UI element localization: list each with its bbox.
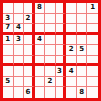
sudoku-cell-r7c3[interactable]	[24, 66, 35, 77]
sudoku-cell-r4c9[interactable]	[87, 35, 98, 46]
sudoku-cell-r3c8[interactable]	[77, 24, 88, 35]
sudoku-cell-r6c9[interactable]	[87, 56, 98, 67]
sudoku-cell-r1c3[interactable]	[24, 3, 35, 14]
sudoku-cell-r5c8: 5	[77, 45, 88, 56]
sudoku-cell-r7c4[interactable]	[35, 66, 46, 77]
sudoku-cell-r7c6: 3	[56, 66, 67, 77]
sudoku-cell-r4c6[interactable]	[56, 35, 67, 46]
sudoku-cell-r9c4[interactable]	[35, 87, 46, 98]
sudoku-board: 81327413425345268	[0, 0, 101, 101]
sudoku-cell-r6c2[interactable]	[14, 56, 25, 67]
sudoku-cell-r7c2[interactable]	[14, 66, 25, 77]
sudoku-cell-r3c6[interactable]	[56, 24, 67, 35]
sudoku-cell-r7c5[interactable]	[45, 66, 56, 77]
sudoku-cell-r3c2: 4	[14, 24, 25, 35]
sudoku-cell-r8c1: 5	[3, 77, 14, 88]
sudoku-cell-r1c1[interactable]	[3, 3, 14, 14]
sudoku-cell-r4c5[interactable]	[45, 35, 56, 46]
sudoku-cell-r1c8[interactable]	[77, 3, 88, 14]
sudoku-cell-r6c1[interactable]	[3, 56, 14, 67]
sudoku-cell-r2c7[interactable]	[66, 14, 77, 25]
sudoku-cell-r1c4: 8	[35, 3, 46, 14]
sudoku-cell-r2c4[interactable]	[35, 14, 46, 25]
sudoku-cell-r4c3[interactable]	[24, 35, 35, 46]
sudoku-cell-r8c8[interactable]	[77, 77, 88, 88]
sudoku-cell-r9c7[interactable]	[66, 87, 77, 98]
sudoku-cell-r2c6[interactable]	[56, 14, 67, 25]
sudoku-cell-r9c2[interactable]	[14, 87, 25, 98]
sudoku-cell-r3c7[interactable]	[66, 24, 77, 35]
sudoku-cell-r7c7: 4	[66, 66, 77, 77]
sudoku-cell-r6c5[interactable]	[45, 56, 56, 67]
sudoku-cell-r1c2[interactable]	[14, 3, 25, 14]
sudoku-cell-r9c6[interactable]	[56, 87, 67, 98]
sudoku-cell-r6c7[interactable]	[66, 56, 77, 67]
sudoku-cell-r2c3: 2	[24, 14, 35, 25]
sudoku-cell-r7c9[interactable]	[87, 66, 98, 77]
sudoku-cell-r9c3: 6	[24, 87, 35, 98]
sudoku-cell-r4c2: 3	[14, 35, 25, 46]
sudoku-cell-r8c9[interactable]	[87, 77, 98, 88]
sudoku-cell-r6c4[interactable]	[35, 56, 46, 67]
sudoku-cell-r3c5[interactable]	[45, 24, 56, 35]
sudoku-cell-r8c5: 2	[45, 77, 56, 88]
sudoku-cell-r5c7: 2	[66, 45, 77, 56]
sudoku-cell-r5c6[interactable]	[56, 45, 67, 56]
sudoku-cell-r4c7[interactable]	[66, 35, 77, 46]
sudoku-cell-r9c1[interactable]	[3, 87, 14, 98]
sudoku-cell-r1c9: 1	[87, 3, 98, 14]
sudoku-cell-r8c2[interactable]	[14, 77, 25, 88]
sudoku-cell-r1c7[interactable]	[66, 3, 77, 14]
sudoku-cell-r9c8: 8	[77, 87, 88, 98]
sudoku-cell-r5c5[interactable]	[45, 45, 56, 56]
sudoku-cell-r6c8[interactable]	[77, 56, 88, 67]
sudoku-cell-r8c7[interactable]	[66, 77, 77, 88]
sudoku-cell-r5c9[interactable]	[87, 45, 98, 56]
sudoku-cell-r1c6[interactable]	[56, 3, 67, 14]
sudoku-cell-r5c4[interactable]	[35, 45, 46, 56]
sudoku-cell-r3c9[interactable]	[87, 24, 98, 35]
sudoku-cell-r7c1[interactable]	[3, 66, 14, 77]
sudoku-cell-r3c3[interactable]	[24, 24, 35, 35]
sudoku-cell-r4c1: 1	[3, 35, 14, 46]
sudoku-cell-r6c6[interactable]	[56, 56, 67, 67]
sudoku-cell-r5c2[interactable]	[14, 45, 25, 56]
sudoku-cell-r8c6[interactable]	[56, 77, 67, 88]
sudoku-cell-r5c3[interactable]	[24, 45, 35, 56]
sudoku-cell-r8c3[interactable]	[24, 77, 35, 88]
sudoku-cell-r1c5[interactable]	[45, 3, 56, 14]
sudoku-cell-r6c3[interactable]	[24, 56, 35, 67]
sudoku-cell-r8c4[interactable]	[35, 77, 46, 88]
sudoku-cell-r4c8[interactable]	[77, 35, 88, 46]
sudoku-cell-r2c9[interactable]	[87, 14, 98, 25]
sudoku-cell-r5c1[interactable]	[3, 45, 14, 56]
sudoku-cell-r9c9[interactable]	[87, 87, 98, 98]
sudoku-cell-r3c4[interactable]	[35, 24, 46, 35]
sudoku-cell-r3c1: 7	[3, 24, 14, 35]
sudoku-cell-r7c8[interactable]	[77, 66, 88, 77]
sudoku-cell-r2c5[interactable]	[45, 14, 56, 25]
sudoku-cell-r4c4: 4	[35, 35, 46, 46]
sudoku-cell-r2c8[interactable]	[77, 14, 88, 25]
sudoku-cell-r9c5[interactable]	[45, 87, 56, 98]
